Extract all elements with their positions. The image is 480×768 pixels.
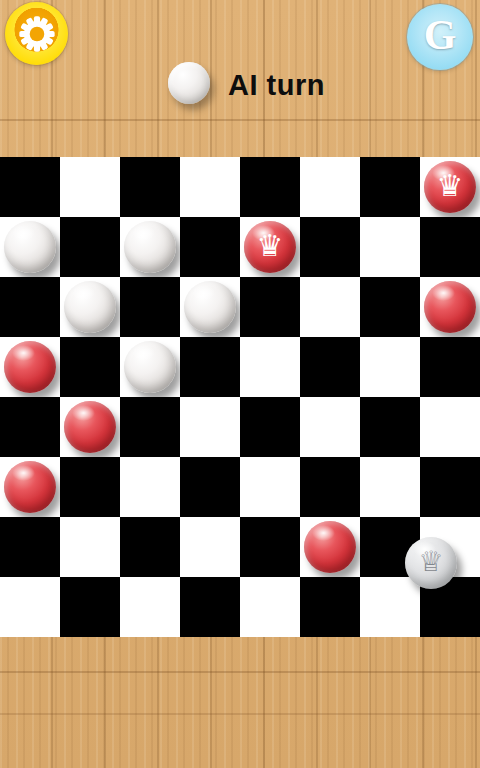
white-man-piece[interactable] [4,221,56,273]
game-services-letter: G [424,14,457,60]
crown-icon: ♛ [244,221,296,273]
red-king-piece[interactable]: ♛ [244,221,296,273]
red-man-piece[interactable] [4,341,56,393]
white-man-piece[interactable] [64,281,116,333]
crown-icon: ♛ [424,161,476,213]
board: ♛♛♕ [0,157,480,637]
turn-status-label: AI turn [228,64,325,106]
wood-seam [0,713,480,715]
wood-seam [0,671,480,673]
red-man-piece[interactable] [4,461,56,513]
red-man-piece[interactable] [424,281,476,333]
red-man-piece[interactable] [304,521,356,573]
white-man-piece[interactable] [124,221,176,273]
crown-icon: ♕ [405,537,457,589]
game-services-button[interactable]: G [407,4,473,70]
gear-icon [14,11,60,57]
white-piece-icon [168,62,210,104]
pieces-layer: ♛♛♕ [0,157,480,637]
white-man-piece[interactable] [124,341,176,393]
white-king-piece[interactable]: ♕ [405,537,457,589]
wood-seam [0,119,480,121]
checkers-app: G AI turn ♛♛♕ [0,0,480,768]
red-man-piece[interactable] [64,401,116,453]
red-king-piece[interactable]: ♛ [424,161,476,213]
white-man-piece[interactable] [184,281,236,333]
settings-button[interactable] [5,2,68,65]
